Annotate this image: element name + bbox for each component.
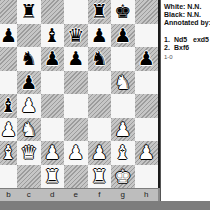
annotator-line: Annotated by: T1 <box>164 19 210 27</box>
square-b2[interactable]: ♝ <box>0 141 17 165</box>
black-knight-c6[interactable]: ♞ <box>20 47 37 70</box>
square-d2[interactable]: ♟ <box>41 141 65 165</box>
square-g7[interactable]: ♟ <box>111 24 135 48</box>
white-pawn-f2[interactable]: ♟ <box>91 141 108 164</box>
square-h1[interactable] <box>135 165 159 189</box>
square-b4[interactable]: ♝ <box>0 94 17 118</box>
file-label-g: g <box>111 189 135 201</box>
square-b3[interactable]: ♟ <box>0 118 17 142</box>
square-e4[interactable] <box>64 94 88 118</box>
board-area: ♜♜♚♟♝♛♟♟♞♟♟♞♟♟♞♝♟♟♞♟♝♛♟♟♟♝♟♜♜♚ <box>0 0 160 188</box>
square-c4[interactable]: ♟ <box>17 94 41 118</box>
square-b5[interactable] <box>0 71 17 95</box>
chess-app-window: ♜♜♚♟♝♛♟♟♞♟♟♞♟♟♞♝♟♟♞♟♝♛♟♟♟♝♟♜♜♚ bcdefgh W… <box>0 0 210 210</box>
white-queen-c2[interactable]: ♛ <box>20 141 37 164</box>
black-player-line: Black: N.N. <box>164 11 210 19</box>
white-pawn-c4[interactable]: ♟ <box>20 94 37 117</box>
square-g8[interactable]: ♚ <box>111 0 135 24</box>
white-knight-c3[interactable]: ♞ <box>20 118 37 141</box>
square-b7[interactable]: ♟ <box>0 24 17 48</box>
square-g2[interactable]: ♝ <box>111 141 135 165</box>
window-background-strip <box>0 201 210 210</box>
black-knight-f6[interactable]: ♞ <box>91 47 108 70</box>
black-pawn-d6[interactable]: ♟ <box>44 47 61 70</box>
file-label-c: c <box>17 189 41 201</box>
chess-board: ♜♜♚♟♝♛♟♟♞♟♟♞♟♟♞♝♟♟♞♟♝♛♟♟♟♝♟♜♜♚ <box>0 0 158 188</box>
move-list: 1.Nd5exd52.Bxf6 <box>164 36 210 52</box>
square-c5[interactable]: ♟ <box>17 71 41 95</box>
file-label-h: h <box>135 189 159 201</box>
square-g3[interactable]: ♟ <box>111 118 135 142</box>
white-move[interactable]: Nd5 <box>174 36 193 44</box>
square-d7[interactable]: ♝ <box>41 24 65 48</box>
square-e7[interactable]: ♛ <box>64 24 88 48</box>
white-rook-d1[interactable]: ♜ <box>44 165 61 188</box>
black-pawn-f7[interactable]: ♟ <box>91 24 108 47</box>
square-b6[interactable] <box>0 47 17 71</box>
square-c6[interactable]: ♞ <box>17 47 41 71</box>
white-bishop-g2[interactable]: ♝ <box>114 141 131 164</box>
square-e5[interactable] <box>64 71 88 95</box>
square-h7[interactable] <box>135 24 159 48</box>
black-rook-f8[interactable]: ♜ <box>91 0 108 23</box>
white-pawn-h2[interactable]: ♟ <box>138 141 155 164</box>
black-bishop-b4[interactable]: ♝ <box>0 94 17 117</box>
square-e2[interactable]: ♟ <box>64 141 88 165</box>
square-b1[interactable] <box>0 165 17 189</box>
move-number: 1. <box>164 36 174 44</box>
square-c3[interactable]: ♞ <box>17 118 41 142</box>
square-f3[interactable] <box>88 118 112 142</box>
black-king-g8[interactable]: ♚ <box>114 0 131 23</box>
white-king-g1[interactable]: ♚ <box>114 165 131 188</box>
square-d5[interactable] <box>41 71 65 95</box>
white-pawn-e2[interactable]: ♟ <box>67 141 84 164</box>
square-h8[interactable] <box>135 0 159 24</box>
black-queen-e7[interactable]: ♛ <box>67 24 84 47</box>
square-g5[interactable]: ♞ <box>111 71 135 95</box>
square-f8[interactable]: ♜ <box>88 0 112 24</box>
black-move[interactable]: exd5 <box>193 36 210 44</box>
square-f2[interactable]: ♟ <box>88 141 112 165</box>
white-move[interactable]: Bxf6 <box>174 44 193 52</box>
white-pawn-g3[interactable]: ♟ <box>114 118 131 141</box>
white-pawn-b3[interactable]: ♟ <box>0 118 17 141</box>
square-h3[interactable] <box>135 118 159 142</box>
move-number: 2. <box>164 44 174 52</box>
square-g6[interactable] <box>111 47 135 71</box>
square-h4[interactable] <box>135 94 159 118</box>
square-c8[interactable]: ♜ <box>17 0 41 24</box>
move-row-1: 1.Nd5exd5 <box>164 36 210 44</box>
square-c7[interactable] <box>17 24 41 48</box>
square-b8[interactable] <box>0 0 17 24</box>
white-player-line: White: N.N. <box>164 3 210 11</box>
square-f4[interactable] <box>88 94 112 118</box>
square-g4[interactable] <box>111 94 135 118</box>
square-d1[interactable]: ♜ <box>41 165 65 189</box>
black-pawn-c5[interactable]: ♟ <box>20 71 37 94</box>
white-bishop-b2[interactable]: ♝ <box>0 141 17 164</box>
square-e8[interactable] <box>64 0 88 24</box>
move-row-2: 2.Bxf6 <box>164 44 210 52</box>
black-rook-c8[interactable]: ♜ <box>20 0 37 23</box>
black-pawn-e6[interactable]: ♟ <box>67 47 84 70</box>
black-pawn-h6[interactable]: ♟ <box>138 47 155 70</box>
white-pawn-d2[interactable]: ♟ <box>44 141 61 164</box>
square-f6[interactable]: ♞ <box>88 47 112 71</box>
black-pawn-g7[interactable]: ♟ <box>114 24 131 47</box>
square-c2[interactable]: ♛ <box>17 141 41 165</box>
square-d4[interactable] <box>41 94 65 118</box>
square-f7[interactable]: ♟ <box>88 24 112 48</box>
file-label-b: b <box>0 189 17 201</box>
black-bishop-d7[interactable]: ♝ <box>44 24 61 47</box>
square-f5[interactable] <box>88 71 112 95</box>
square-f1[interactable]: ♜ <box>88 165 112 189</box>
square-h6[interactable]: ♟ <box>135 47 159 71</box>
square-h5[interactable] <box>135 71 159 95</box>
game-result: 1-0 <box>164 53 210 61</box>
square-d3[interactable] <box>41 118 65 142</box>
black-move[interactable] <box>193 44 210 52</box>
file-label-d: d <box>41 189 65 201</box>
file-label-e: e <box>64 189 88 201</box>
white-knight-g5[interactable]: ♞ <box>114 71 131 94</box>
square-h2[interactable]: ♟ <box>135 141 159 165</box>
game-info-panel: White: N.N. Black: N.N. Annotated by: T1… <box>160 0 210 201</box>
file-labels: bcdefgh <box>0 188 158 201</box>
square-e6[interactable]: ♟ <box>64 47 88 71</box>
square-g1[interactable]: ♚ <box>111 165 135 189</box>
square-d8[interactable] <box>41 0 65 24</box>
black-pawn-b7[interactable]: ♟ <box>0 24 17 47</box>
white-rook-f1[interactable]: ♜ <box>91 165 108 188</box>
square-e3[interactable] <box>64 118 88 142</box>
square-c1[interactable] <box>17 165 41 189</box>
file-label-f: f <box>88 189 112 201</box>
square-e1[interactable] <box>64 165 88 189</box>
square-d6[interactable]: ♟ <box>41 47 65 71</box>
